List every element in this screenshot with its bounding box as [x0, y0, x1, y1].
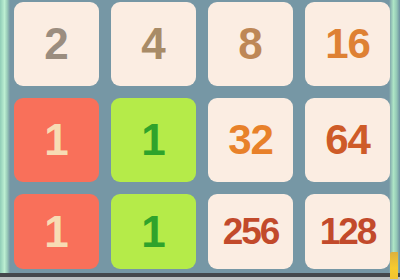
left-edge-strip	[0, 0, 10, 280]
tile-4: 4	[111, 2, 196, 86]
tile-value: 2	[44, 22, 68, 66]
tile-64: 64	[305, 98, 390, 182]
tile-value: 1	[44, 118, 68, 162]
tile-8: 8	[208, 2, 293, 86]
tile-value: 16	[325, 23, 370, 65]
tile-value: 1	[141, 118, 165, 162]
right-edge-strip	[389, 0, 400, 280]
tile-2: 2	[14, 2, 99, 86]
tile-value: 32	[228, 119, 273, 161]
tile-value: 64	[325, 119, 370, 161]
tile-value: 8	[238, 22, 262, 66]
tile-1: 1	[14, 194, 99, 269]
game-board[interactable]: 2481611326411256128	[14, 2, 390, 269]
tile-16: 16	[305, 2, 390, 86]
tile-value: 4	[141, 22, 165, 66]
tile-256: 256	[208, 194, 293, 269]
game-screen: 2481611326411256128	[0, 0, 400, 280]
tile-1: 1	[14, 98, 99, 182]
tile-128: 128	[305, 194, 390, 269]
tile-1: 1	[111, 98, 196, 182]
corner-accent	[390, 252, 398, 279]
tile-value: 256	[223, 213, 279, 250]
tile-value: 1	[141, 210, 165, 254]
tile-1: 1	[111, 194, 196, 269]
tile-32: 32	[208, 98, 293, 182]
tile-value: 128	[320, 213, 376, 250]
tile-value: 1	[44, 210, 68, 254]
